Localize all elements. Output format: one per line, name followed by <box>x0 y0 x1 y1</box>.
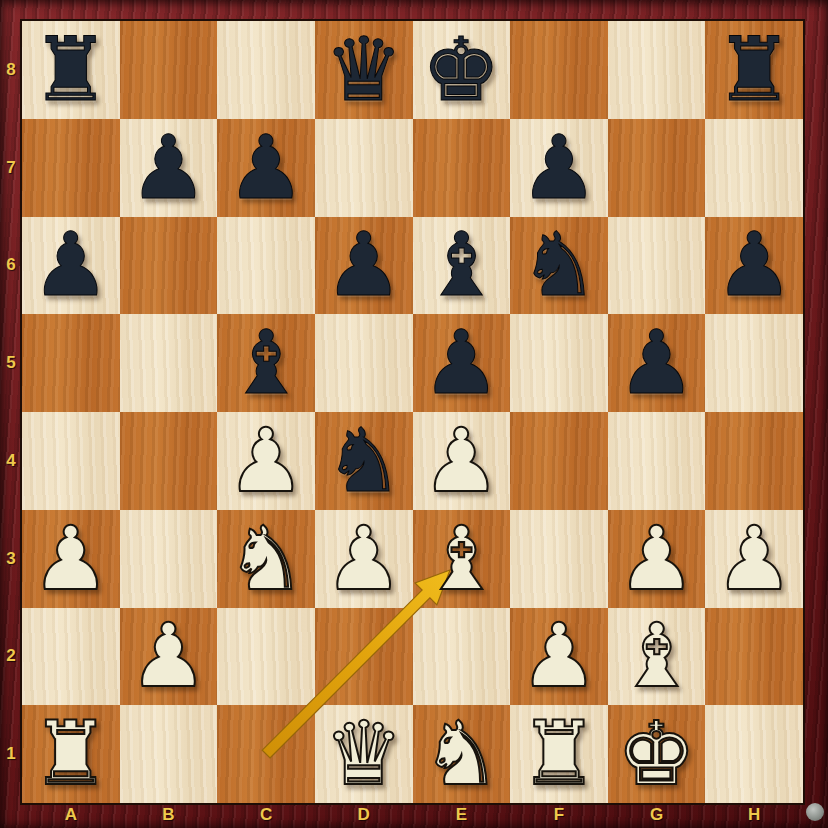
piece-white-pawn-a3[interactable]: ♟ <box>22 510 120 608</box>
square-d2[interactable] <box>315 608 413 706</box>
square-d1[interactable]: ♛ <box>315 705 413 803</box>
file-label-e: E <box>413 801 511 828</box>
piece-black-queen-d8[interactable]: ♛ <box>315 21 413 119</box>
square-c8[interactable] <box>217 21 315 119</box>
square-h7[interactable] <box>705 119 803 217</box>
file-label-a: A <box>22 801 120 828</box>
rank-label-4: 4 <box>0 412 22 510</box>
square-e4[interactable]: ♟ <box>413 412 511 510</box>
file-label-d: D <box>315 801 413 828</box>
file-label-f: F <box>510 801 608 828</box>
square-d3[interactable]: ♟ <box>315 510 413 608</box>
square-d7[interactable] <box>315 119 413 217</box>
corner-watermark-dot <box>806 803 824 821</box>
square-f3[interactable] <box>510 510 608 608</box>
piece-white-knight-c3[interactable]: ♞ <box>217 510 315 608</box>
square-b2[interactable]: ♟ <box>120 608 218 706</box>
rank-label-1: 1 <box>0 705 22 803</box>
square-b7[interactable]: ♟ <box>120 119 218 217</box>
square-g3[interactable]: ♟ <box>608 510 706 608</box>
piece-black-bishop-c5[interactable]: ♝ <box>217 314 315 412</box>
piece-black-bishop-e6[interactable]: ♝ <box>413 217 511 315</box>
square-c7[interactable]: ♟ <box>217 119 315 217</box>
rank-label-7: 7 <box>0 119 22 217</box>
square-f6[interactable]: ♞ <box>510 217 608 315</box>
square-e3[interactable]: ♝ <box>413 510 511 608</box>
rank-label-3: 3 <box>0 510 22 608</box>
rank-label-5: 5 <box>0 314 22 412</box>
rank-label-2: 2 <box>0 608 22 706</box>
piece-white-pawn-b2[interactable]: ♟ <box>120 608 218 706</box>
piece-white-rook-a1[interactable]: ♜ <box>22 705 120 803</box>
piece-white-bishop-g2[interactable]: ♝ <box>608 608 706 706</box>
square-c3[interactable]: ♞ <box>217 510 315 608</box>
square-b6[interactable] <box>120 217 218 315</box>
square-b1[interactable] <box>120 705 218 803</box>
square-e5[interactable]: ♟ <box>413 314 511 412</box>
file-label-h: H <box>705 801 803 828</box>
piece-black-pawn-e5[interactable]: ♟ <box>413 314 511 412</box>
square-g4[interactable] <box>608 412 706 510</box>
piece-black-rook-a8[interactable]: ♜ <box>22 21 120 119</box>
square-h6[interactable]: ♟ <box>705 217 803 315</box>
file-labels: ABCDEFGH <box>22 801 803 828</box>
square-f1[interactable]: ♜ <box>510 705 608 803</box>
piece-black-rook-h8[interactable]: ♜ <box>705 21 803 119</box>
chess-board-frame: 87654321 ABCDEFGH ♜♛♚♜♟♟♟♟♟♝♞♟♝♟♟♟♞♟♟♞♟♝… <box>0 0 828 828</box>
square-b3[interactable] <box>120 510 218 608</box>
square-b5[interactable] <box>120 314 218 412</box>
square-a8[interactable]: ♜ <box>22 21 120 119</box>
square-e8[interactable]: ♚ <box>413 21 511 119</box>
file-label-b: B <box>120 801 218 828</box>
square-f8[interactable] <box>510 21 608 119</box>
piece-white-pawn-d3[interactable]: ♟ <box>315 510 413 608</box>
piece-black-pawn-b7[interactable]: ♟ <box>120 119 218 217</box>
square-h8[interactable]: ♜ <box>705 21 803 119</box>
square-e6[interactable]: ♝ <box>413 217 511 315</box>
square-h2[interactable] <box>705 608 803 706</box>
square-h5[interactable] <box>705 314 803 412</box>
piece-white-knight-e1[interactable]: ♞ <box>413 705 511 803</box>
square-g2[interactable]: ♝ <box>608 608 706 706</box>
rank-labels: 87654321 <box>0 21 22 803</box>
square-h4[interactable] <box>705 412 803 510</box>
piece-white-king-g1[interactable]: ♚ <box>608 705 706 803</box>
square-g5[interactable]: ♟ <box>608 314 706 412</box>
square-e7[interactable] <box>413 119 511 217</box>
square-e1[interactable]: ♞ <box>413 705 511 803</box>
piece-black-pawn-f7[interactable]: ♟ <box>510 119 608 217</box>
piece-black-knight-f6[interactable]: ♞ <box>510 217 608 315</box>
square-d6[interactable]: ♟ <box>315 217 413 315</box>
piece-white-pawn-f2[interactable]: ♟ <box>510 608 608 706</box>
piece-black-pawn-d6[interactable]: ♟ <box>315 217 413 315</box>
square-f4[interactable] <box>510 412 608 510</box>
board: ♜♛♚♜♟♟♟♟♟♝♞♟♝♟♟♟♞♟♟♞♟♝♟♟♟♟♝♜♛♞♜♚ <box>22 21 803 803</box>
square-f2[interactable]: ♟ <box>510 608 608 706</box>
piece-black-pawn-g5[interactable]: ♟ <box>608 314 706 412</box>
square-g6[interactable] <box>608 217 706 315</box>
square-g7[interactable] <box>608 119 706 217</box>
square-a4[interactable] <box>22 412 120 510</box>
file-label-g: G <box>608 801 706 828</box>
square-d4[interactable]: ♞ <box>315 412 413 510</box>
square-c5[interactable]: ♝ <box>217 314 315 412</box>
square-g1[interactable]: ♚ <box>608 705 706 803</box>
square-a2[interactable] <box>22 608 120 706</box>
square-f7[interactable]: ♟ <box>510 119 608 217</box>
square-c1[interactable] <box>217 705 315 803</box>
rank-label-6: 6 <box>0 217 22 315</box>
square-d5[interactable] <box>315 314 413 412</box>
piece-black-pawn-a6[interactable]: ♟ <box>22 217 120 315</box>
square-g8[interactable] <box>608 21 706 119</box>
square-c4[interactable]: ♟ <box>217 412 315 510</box>
piece-white-queen-d1[interactable]: ♛ <box>315 705 413 803</box>
rank-label-8: 8 <box>0 21 22 119</box>
square-a3[interactable]: ♟ <box>22 510 120 608</box>
piece-white-bishop-e3[interactable]: ♝ <box>413 510 511 608</box>
square-a6[interactable]: ♟ <box>22 217 120 315</box>
square-d8[interactable]: ♛ <box>315 21 413 119</box>
square-e2[interactable] <box>413 608 511 706</box>
piece-black-king-e8[interactable]: ♚ <box>413 21 511 119</box>
square-c6[interactable] <box>217 217 315 315</box>
square-c2[interactable] <box>217 608 315 706</box>
square-a5[interactable] <box>22 314 120 412</box>
square-f5[interactable] <box>510 314 608 412</box>
square-a1[interactable]: ♜ <box>22 705 120 803</box>
piece-white-pawn-h3[interactable]: ♟ <box>705 510 803 608</box>
piece-black-knight-d4[interactable]: ♞ <box>315 412 413 510</box>
piece-black-pawn-h6[interactable]: ♟ <box>705 217 803 315</box>
square-h3[interactable]: ♟ <box>705 510 803 608</box>
square-b4[interactable] <box>120 412 218 510</box>
piece-white-pawn-g3[interactable]: ♟ <box>608 510 706 608</box>
square-b8[interactable] <box>120 21 218 119</box>
piece-white-pawn-e4[interactable]: ♟ <box>413 412 511 510</box>
square-h1[interactable] <box>705 705 803 803</box>
piece-black-pawn-c7[interactable]: ♟ <box>217 119 315 217</box>
square-a7[interactable] <box>22 119 120 217</box>
file-label-c: C <box>217 801 315 828</box>
piece-white-rook-f1[interactable]: ♜ <box>510 705 608 803</box>
piece-white-pawn-c4[interactable]: ♟ <box>217 412 315 510</box>
